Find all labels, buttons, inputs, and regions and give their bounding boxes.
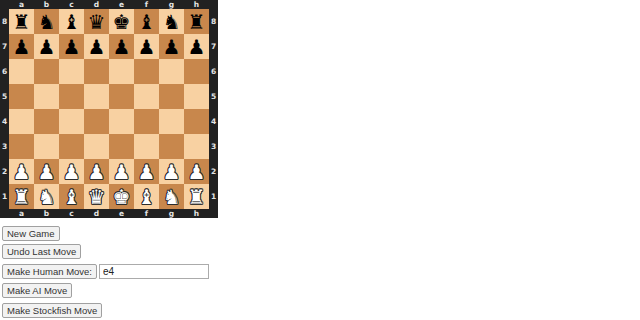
square-f2: ♟ xyxy=(134,159,159,184)
rank-label: 7 xyxy=(209,34,218,59)
board-grid: ♜♞♝♛♚♝♞♜♟♟♟♟♟♟♟♟♟♟♟♟♟♟♟♟♜♞♝♛♚♝♞♜ xyxy=(9,9,209,209)
square-g8: ♞ xyxy=(159,9,184,34)
square-c7: ♟ xyxy=(59,34,84,59)
piece-white-pawn: ♟ xyxy=(138,162,156,182)
file-label: d xyxy=(84,0,109,9)
piece-black-king: ♚ xyxy=(113,12,131,32)
square-b6 xyxy=(34,59,59,84)
rank-label: 8 xyxy=(209,9,218,34)
rank-label: 6 xyxy=(0,59,9,84)
file-labels-bottom: abcdefgh xyxy=(9,209,209,218)
piece-black-rook: ♜ xyxy=(13,12,31,32)
square-e3 xyxy=(109,134,134,159)
piece-black-pawn: ♟ xyxy=(163,37,181,57)
file-label: e xyxy=(109,209,134,218)
square-d4 xyxy=(84,109,109,134)
file-label: c xyxy=(59,0,84,9)
square-g5 xyxy=(159,84,184,109)
piece-black-rook: ♜ xyxy=(188,12,206,32)
square-f4 xyxy=(134,109,159,134)
square-a1: ♜ xyxy=(9,184,34,209)
file-label: f xyxy=(134,209,159,218)
square-h7: ♟ xyxy=(184,34,209,59)
new-game-button[interactable]: New Game xyxy=(2,226,60,241)
piece-black-pawn: ♟ xyxy=(88,37,106,57)
square-c2: ♟ xyxy=(59,159,84,184)
square-g4 xyxy=(159,109,184,134)
rank-label: 3 xyxy=(0,134,9,159)
square-c1: ♝ xyxy=(59,184,84,209)
file-labels-top: abcdefgh xyxy=(9,0,209,9)
piece-black-queen: ♛ xyxy=(88,12,106,32)
piece-white-bishop: ♝ xyxy=(138,187,156,207)
piece-black-pawn: ♟ xyxy=(113,37,131,57)
piece-black-pawn: ♟ xyxy=(138,37,156,57)
square-a6 xyxy=(9,59,34,84)
square-g6 xyxy=(159,59,184,84)
file-label: c xyxy=(59,209,84,218)
file-label: b xyxy=(34,209,59,218)
square-e4 xyxy=(109,109,134,134)
square-h3 xyxy=(184,134,209,159)
square-b7: ♟ xyxy=(34,34,59,59)
square-d7: ♟ xyxy=(84,34,109,59)
square-g2: ♟ xyxy=(159,159,184,184)
piece-white-knight: ♞ xyxy=(38,187,56,207)
new-game-row: New Game xyxy=(2,226,640,241)
square-c8: ♝ xyxy=(59,9,84,34)
piece-black-bishop: ♝ xyxy=(63,12,81,32)
square-e5 xyxy=(109,84,134,109)
square-f6 xyxy=(134,59,159,84)
rank-label: 6 xyxy=(209,59,218,84)
square-f7: ♟ xyxy=(134,34,159,59)
square-c5 xyxy=(59,84,84,109)
piece-black-pawn: ♟ xyxy=(63,37,81,57)
piece-white-queen: ♛ xyxy=(88,187,106,207)
square-h1: ♜ xyxy=(184,184,209,209)
rank-label: 2 xyxy=(0,159,9,184)
file-label: g xyxy=(159,0,184,9)
square-h6 xyxy=(184,59,209,84)
piece-black-pawn: ♟ xyxy=(13,37,31,57)
square-c6 xyxy=(59,59,84,84)
file-label: d xyxy=(84,209,109,218)
undo-last-move-button[interactable]: Undo Last Move xyxy=(2,244,81,259)
human-move-row: Make Human Move: xyxy=(2,264,640,279)
file-label: a xyxy=(9,0,34,9)
file-label: g xyxy=(159,209,184,218)
file-label: h xyxy=(184,209,209,218)
piece-white-rook: ♜ xyxy=(188,187,206,207)
rank-label: 4 xyxy=(209,109,218,134)
square-h8: ♜ xyxy=(184,9,209,34)
square-b1: ♞ xyxy=(34,184,59,209)
rank-label: 5 xyxy=(0,84,9,109)
square-d1: ♛ xyxy=(84,184,109,209)
square-g7: ♟ xyxy=(159,34,184,59)
piece-white-rook: ♜ xyxy=(13,187,31,207)
piece-white-pawn: ♟ xyxy=(113,162,131,182)
make-ai-move-button[interactable]: Make AI Move xyxy=(2,283,72,298)
rank-label: 2 xyxy=(209,159,218,184)
piece-white-pawn: ♟ xyxy=(188,162,206,182)
square-e2: ♟ xyxy=(109,159,134,184)
rank-label: 7 xyxy=(0,34,9,59)
square-d2: ♟ xyxy=(84,159,109,184)
make-human-move-button[interactable]: Make Human Move: xyxy=(2,264,97,279)
square-f5 xyxy=(134,84,159,109)
square-b4 xyxy=(34,109,59,134)
square-b8: ♞ xyxy=(34,9,59,34)
ai-move-row: Make AI Move xyxy=(2,283,640,298)
piece-black-pawn: ♟ xyxy=(188,37,206,57)
piece-white-king: ♚ xyxy=(113,187,131,207)
rank-labels-right: 87654321 xyxy=(209,9,218,209)
piece-white-pawn: ♟ xyxy=(13,162,31,182)
file-label: h xyxy=(184,0,209,9)
square-e7: ♟ xyxy=(109,34,134,59)
square-h4 xyxy=(184,109,209,134)
square-e1: ♚ xyxy=(109,184,134,209)
square-d6 xyxy=(84,59,109,84)
file-label: e xyxy=(109,0,134,9)
square-a2: ♟ xyxy=(9,159,34,184)
chess-board: abcdefgh 87654321 ♜♞♝♛♚♝♞♜♟♟♟♟♟♟♟♟♟♟♟♟♟♟… xyxy=(0,0,218,218)
rank-label: 1 xyxy=(209,184,218,209)
piece-black-pawn: ♟ xyxy=(38,37,56,57)
square-h5 xyxy=(184,84,209,109)
square-b2: ♟ xyxy=(34,159,59,184)
piece-white-pawn: ♟ xyxy=(63,162,81,182)
rank-label: 3 xyxy=(209,134,218,159)
make-stockfish-move-button[interactable]: Make Stockfish Move xyxy=(2,303,102,318)
rank-label: 4 xyxy=(0,109,9,134)
square-f3 xyxy=(134,134,159,159)
square-g1: ♞ xyxy=(159,184,184,209)
square-b5 xyxy=(34,84,59,109)
square-c4 xyxy=(59,109,84,134)
square-d3 xyxy=(84,134,109,159)
rank-labels-left: 87654321 xyxy=(0,9,9,209)
square-a5 xyxy=(9,84,34,109)
square-d5 xyxy=(84,84,109,109)
piece-white-bishop: ♝ xyxy=(63,187,81,207)
square-c3 xyxy=(59,134,84,159)
square-a4 xyxy=(9,109,34,134)
piece-black-bishop: ♝ xyxy=(138,12,156,32)
square-h2: ♟ xyxy=(184,159,209,184)
square-a3 xyxy=(9,134,34,159)
piece-white-pawn: ♟ xyxy=(88,162,106,182)
stockfish-move-row: Make Stockfish Move xyxy=(2,303,640,318)
square-a7: ♟ xyxy=(9,34,34,59)
file-label: b xyxy=(34,0,59,9)
square-g3 xyxy=(159,134,184,159)
square-e6 xyxy=(109,59,134,84)
piece-white-knight: ♞ xyxy=(163,187,181,207)
piece-white-pawn: ♟ xyxy=(38,162,56,182)
file-label: a xyxy=(9,209,34,218)
square-a8: ♜ xyxy=(9,9,34,34)
rank-label: 8 xyxy=(0,9,9,34)
square-e8: ♚ xyxy=(109,9,134,34)
rank-label: 5 xyxy=(209,84,218,109)
piece-black-knight: ♞ xyxy=(38,12,56,32)
undo-row: Undo Last Move xyxy=(2,244,640,259)
square-b3 xyxy=(34,134,59,159)
square-d8: ♛ xyxy=(84,9,109,34)
square-f8: ♝ xyxy=(134,9,159,34)
file-label: f xyxy=(134,0,159,9)
game-controls: New Game Undo Last Move Make Human Move:… xyxy=(2,226,640,318)
piece-black-knight: ♞ xyxy=(163,12,181,32)
piece-white-pawn: ♟ xyxy=(163,162,181,182)
rank-label: 1 xyxy=(0,184,9,209)
square-f1: ♝ xyxy=(134,184,159,209)
human-move-input[interactable] xyxy=(99,264,209,279)
